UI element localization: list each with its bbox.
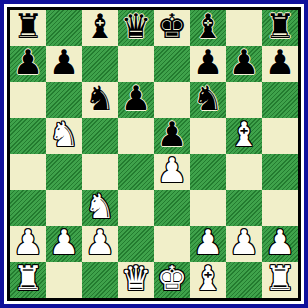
square-e1[interactable]: ♚: [154, 262, 190, 298]
square-a3[interactable]: [10, 190, 46, 226]
square-h8[interactable]: ♜: [262, 10, 298, 46]
square-d3[interactable]: [118, 190, 154, 226]
square-c8[interactable]: ♝: [82, 10, 118, 46]
black-pawn-g7[interactable]: ♟: [229, 46, 259, 79]
square-d7[interactable]: [118, 46, 154, 82]
square-g2[interactable]: ♟: [226, 226, 262, 262]
square-a2[interactable]: ♟: [10, 226, 46, 262]
square-c2[interactable]: ♟: [82, 226, 118, 262]
board-frame-white-stripe: ♜♝♛♚♝♜♟♟♟♟♟♞♟♞♞♟♝♟♞♟♟♟♟♟♟♜♛♚♝♜: [4, 4, 304, 304]
square-f8[interactable]: ♝: [190, 10, 226, 46]
square-g6[interactable]: [226, 82, 262, 118]
white-bishop-f1[interactable]: ♝: [193, 262, 223, 295]
square-b1[interactable]: [46, 262, 82, 298]
square-f4[interactable]: [190, 154, 226, 190]
square-g7[interactable]: ♟: [226, 46, 262, 82]
square-e3[interactable]: [154, 190, 190, 226]
square-g3[interactable]: [226, 190, 262, 226]
black-rook-h8[interactable]: ♜: [265, 10, 295, 43]
square-f2[interactable]: ♟: [190, 226, 226, 262]
black-pawn-b7[interactable]: ♟: [49, 46, 79, 79]
white-bishop-g5[interactable]: ♝: [229, 118, 259, 151]
square-f1[interactable]: ♝: [190, 262, 226, 298]
square-e7[interactable]: [154, 46, 190, 82]
white-rook-a1[interactable]: ♜: [13, 262, 43, 295]
square-e2[interactable]: [154, 226, 190, 262]
square-h3[interactable]: [262, 190, 298, 226]
chess-board: ♜♝♛♚♝♜♟♟♟♟♟♞♟♞♞♟♝♟♞♟♟♟♟♟♟♜♛♚♝♜: [10, 10, 298, 298]
square-d8[interactable]: ♛: [118, 10, 154, 46]
square-b8[interactable]: [46, 10, 82, 46]
white-pawn-a2[interactable]: ♟: [13, 226, 43, 259]
black-pawn-h7[interactable]: ♟: [265, 46, 295, 79]
square-d1[interactable]: ♛: [118, 262, 154, 298]
square-h4[interactable]: [262, 154, 298, 190]
black-pawn-f7[interactable]: ♟: [193, 46, 223, 79]
square-g4[interactable]: [226, 154, 262, 190]
white-knight-c3[interactable]: ♞: [85, 190, 115, 223]
square-f6[interactable]: ♞: [190, 82, 226, 118]
white-pawn-e4[interactable]: ♟: [157, 154, 187, 187]
square-b2[interactable]: ♟: [46, 226, 82, 262]
square-a8[interactable]: ♜: [10, 10, 46, 46]
board-outer-frame: ♜♝♛♚♝♜♟♟♟♟♟♞♟♞♞♟♝♟♞♟♟♟♟♟♟♜♛♚♝♜: [0, 0, 308, 308]
square-c5[interactable]: [82, 118, 118, 154]
square-a7[interactable]: ♟: [10, 46, 46, 82]
square-e8[interactable]: ♚: [154, 10, 190, 46]
black-rook-a8[interactable]: ♜: [13, 10, 43, 43]
square-a5[interactable]: [10, 118, 46, 154]
white-pawn-b2[interactable]: ♟: [49, 226, 79, 259]
square-g8[interactable]: [226, 10, 262, 46]
black-king-e8[interactable]: ♚: [157, 10, 187, 43]
square-d4[interactable]: [118, 154, 154, 190]
square-d6[interactable]: ♟: [118, 82, 154, 118]
black-queen-d8[interactable]: ♛: [121, 10, 151, 43]
square-a1[interactable]: ♜: [10, 262, 46, 298]
white-pawn-g2[interactable]: ♟: [229, 226, 259, 259]
black-bishop-f8[interactable]: ♝: [193, 10, 223, 43]
square-g5[interactable]: ♝: [226, 118, 262, 154]
square-e4[interactable]: ♟: [154, 154, 190, 190]
square-a4[interactable]: [10, 154, 46, 190]
white-pawn-h2[interactable]: ♟: [265, 226, 295, 259]
square-b7[interactable]: ♟: [46, 46, 82, 82]
black-pawn-a7[interactable]: ♟: [13, 46, 43, 79]
black-pawn-e5[interactable]: ♟: [157, 118, 187, 151]
square-a6[interactable]: [10, 82, 46, 118]
square-f3[interactable]: [190, 190, 226, 226]
square-h5[interactable]: [262, 118, 298, 154]
white-king-e1[interactable]: ♚: [157, 262, 187, 295]
square-c4[interactable]: [82, 154, 118, 190]
square-f5[interactable]: [190, 118, 226, 154]
square-h7[interactable]: ♟: [262, 46, 298, 82]
white-rook-h1[interactable]: ♜: [265, 262, 295, 295]
black-knight-f6[interactable]: ♞: [193, 82, 223, 115]
black-bishop-c8[interactable]: ♝: [85, 10, 115, 43]
white-pawn-f2[interactable]: ♟: [193, 226, 223, 259]
square-e5[interactable]: ♟: [154, 118, 190, 154]
square-b6[interactable]: [46, 82, 82, 118]
board-frame-black-line: ♜♝♛♚♝♜♟♟♟♟♟♞♟♞♞♟♝♟♞♟♟♟♟♟♟♜♛♚♝♜: [7, 7, 301, 301]
square-h6[interactable]: [262, 82, 298, 118]
square-c1[interactable]: [82, 262, 118, 298]
square-c3[interactable]: ♞: [82, 190, 118, 226]
white-pawn-c2[interactable]: ♟: [85, 226, 115, 259]
square-e6[interactable]: [154, 82, 190, 118]
black-pawn-d6[interactable]: ♟: [121, 82, 151, 115]
square-h1[interactable]: ♜: [262, 262, 298, 298]
square-b4[interactable]: [46, 154, 82, 190]
square-g1[interactable]: [226, 262, 262, 298]
square-h2[interactable]: ♟: [262, 226, 298, 262]
white-knight-b5[interactable]: ♞: [49, 118, 79, 151]
black-knight-c6[interactable]: ♞: [85, 82, 115, 115]
white-queen-d1[interactable]: ♛: [121, 262, 151, 295]
square-f7[interactable]: ♟: [190, 46, 226, 82]
square-b5[interactable]: ♞: [46, 118, 82, 154]
square-c7[interactable]: [82, 46, 118, 82]
square-d5[interactable]: [118, 118, 154, 154]
square-c6[interactable]: ♞: [82, 82, 118, 118]
square-d2[interactable]: [118, 226, 154, 262]
square-b3[interactable]: [46, 190, 82, 226]
